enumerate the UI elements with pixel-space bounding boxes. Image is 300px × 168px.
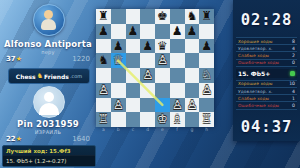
- piece-black-pawn: ♟: [126, 24, 141, 39]
- piece-black-pawn: ♟: [111, 39, 126, 54]
- stat-label: Слабые ходы: [238, 96, 269, 101]
- square-f4[interactable]: [170, 68, 185, 83]
- square-g1[interactable]: [185, 112, 200, 127]
- avatar-silhouette-head: [44, 92, 54, 102]
- square-g3[interactable]: [185, 83, 200, 98]
- square-d1[interactable]: [140, 112, 155, 127]
- square-a8[interactable]: ♜: [96, 9, 111, 24]
- square-h4[interactable]: ♘: [199, 68, 214, 83]
- square-h7[interactable]: [199, 24, 214, 39]
- game-info-panel: 02:28 Хорошие ходы8 Удовлетвор. х.4 Слаб…: [233, 0, 300, 141]
- square-g4[interactable]: [185, 68, 200, 83]
- current-move-row[interactable]: 15. Фb5+: [236, 69, 297, 78]
- square-e6[interactable]: ♛: [155, 39, 170, 54]
- stat-row: Ошибочные ходы0: [236, 102, 297, 109]
- file-label-d: d: [140, 127, 155, 132]
- piece-black-rook: ♜: [199, 9, 214, 24]
- square-e8[interactable]: ♚: [155, 9, 170, 24]
- square-e1[interactable]: ♔: [155, 112, 170, 127]
- avatar-cartoon-head: [44, 10, 53, 19]
- piece-white-king: ♔: [155, 112, 170, 127]
- piece-black-queen: ♛: [155, 39, 170, 54]
- square-c7[interactable]: ♟: [126, 24, 141, 39]
- bottom-player-stars: 22★: [6, 135, 22, 143]
- bottom-player-clock: 04:37: [233, 110, 300, 146]
- stat-row: Хорошие ходы8: [236, 38, 297, 45]
- piece-white-queen: ♕: [111, 53, 126, 68]
- square-f1[interactable]: ♗: [170, 112, 185, 127]
- square-c4[interactable]: [126, 68, 141, 83]
- square-b3[interactable]: [111, 83, 126, 98]
- stat-row: Слабые ходы2: [236, 52, 297, 59]
- players-panel: Alfonso Antiporta перу 37★ 1220 Chess♞Fr…: [0, 0, 96, 168]
- square-c5[interactable]: [126, 53, 141, 68]
- square-d7[interactable]: [140, 24, 155, 39]
- file-label-h: h: [199, 127, 214, 132]
- square-f6[interactable]: [170, 39, 185, 54]
- bottom-player-move-stats: Хорошие ходы10 Удовлетвор. х.4 Слабые хо…: [236, 80, 297, 110]
- square-e3[interactable]: [155, 83, 170, 98]
- avatar-bottom-player: [33, 86, 65, 118]
- piece-white-pawn: ♙: [185, 98, 200, 113]
- stat-value: 10: [289, 81, 295, 86]
- square-a2[interactable]: [96, 98, 111, 113]
- stat-label: Ошибочные ходы: [238, 103, 279, 108]
- knight-logo-icon: ♞: [37, 73, 43, 80]
- chess-game-screen: Alfonso Antiporta перу 37★ 1220 Chess♞Fr…: [0, 0, 300, 168]
- best-move-text: Лучший ход: 15.Фf3: [3, 146, 95, 155]
- file-labels: abcdefgh: [96, 127, 214, 132]
- avatar-cartoon-body: [41, 19, 56, 30]
- piece-white-pawn: ♙: [155, 53, 170, 68]
- square-d4[interactable]: ♙: [140, 68, 155, 83]
- top-player-clock: 02:28: [233, 0, 300, 37]
- piece-black-pawn: ♟: [170, 24, 185, 39]
- square-c8[interactable]: [126, 9, 141, 24]
- piece-white-pawn: ♙: [140, 68, 155, 83]
- piece-white-bishop: ♗: [170, 112, 185, 127]
- stat-row: Слабые ходы1: [236, 95, 297, 102]
- stat-value: 4: [292, 46, 295, 51]
- piece-white-rook: ♖: [96, 112, 111, 127]
- square-h1[interactable]: ♖: [199, 112, 214, 127]
- stat-row: Удовлетвор. х.4: [236, 45, 297, 52]
- square-f3[interactable]: [170, 83, 185, 98]
- square-b8[interactable]: [111, 9, 126, 24]
- file-label-e: e: [155, 127, 170, 132]
- square-d8[interactable]: [140, 9, 155, 24]
- stat-label: Удовлетвор. х.: [238, 89, 273, 94]
- piece-black-pawn: ♟: [185, 24, 200, 39]
- square-a3[interactable]: ♙: [96, 83, 111, 98]
- square-e2[interactable]: [155, 98, 170, 113]
- square-g2[interactable]: ♙: [185, 98, 200, 113]
- square-g6[interactable]: [185, 39, 200, 54]
- square-f2[interactable]: ♙: [170, 98, 185, 113]
- logo-text-left: Chess: [16, 73, 36, 80]
- stat-label: Хорошие ходы: [238, 39, 272, 44]
- piece-white-pawn: ♙: [199, 83, 214, 98]
- logo-tld: .com: [70, 73, 82, 79]
- square-f8[interactable]: [170, 9, 185, 24]
- square-h5[interactable]: [199, 53, 214, 68]
- stat-label: Удовлетвор. х.: [238, 46, 273, 51]
- stat-row: Удовлетвор. х.4: [236, 88, 297, 95]
- piece-black-rook: ♜: [96, 9, 111, 24]
- current-move-text: 15. Фb5+: [238, 70, 270, 77]
- stat-value: 1: [292, 96, 295, 101]
- stat-label: Хорошие ходы: [238, 81, 272, 86]
- square-c6[interactable]: [126, 39, 141, 54]
- square-h6[interactable]: ♟: [199, 39, 214, 54]
- square-d2[interactable]: [140, 98, 155, 113]
- stat-value: 0: [292, 103, 295, 108]
- square-b4[interactable]: [111, 68, 126, 83]
- square-b2[interactable]: ♙: [111, 98, 126, 113]
- square-e7[interactable]: [155, 24, 170, 39]
- stat-value: 0: [292, 60, 295, 65]
- file-label-f: f: [170, 127, 185, 132]
- avatar-top-player: [33, 4, 65, 36]
- square-h3[interactable]: ♙: [199, 83, 214, 98]
- piece-white-knight: ♘: [199, 68, 214, 83]
- file-label-c: c: [126, 127, 141, 132]
- square-e5[interactable]: ♙: [155, 53, 170, 68]
- piece-black-knight: ♞: [96, 53, 111, 68]
- move-quality-indicator: [290, 71, 295, 76]
- stat-row: Хорошие ходы10: [236, 81, 297, 88]
- square-g5[interactable]: [185, 53, 200, 68]
- piece-white-pawn: ♙: [170, 98, 185, 113]
- star-icon: ★: [16, 135, 22, 143]
- file-label-a: a: [96, 127, 111, 132]
- square-g7[interactable]: ♟: [185, 24, 200, 39]
- square-f7[interactable]: ♟: [170, 24, 185, 39]
- stat-value: 2: [292, 53, 295, 58]
- piece-white-rook: ♖: [199, 112, 214, 127]
- square-a7[interactable]: ♟: [96, 24, 111, 39]
- piece-black-pawn: ♟: [199, 39, 214, 54]
- top-player-meta: 37★ 1220: [6, 55, 90, 63]
- piece-white-pawn: ♙: [111, 98, 126, 113]
- square-c2[interactable]: [126, 98, 141, 113]
- bottom-player-name: Pin 2031959: [0, 119, 96, 129]
- square-e4[interactable]: [155, 68, 170, 83]
- chessfriends-logo[interactable]: Chess♞Friends.com: [8, 68, 90, 84]
- logo-text-right: Friends: [44, 73, 69, 80]
- analysis-panel: Лучший ход: 15.Фf3 15. Фb5+ (1.2→-0.27): [2, 145, 96, 167]
- square-b5[interactable]: ♕: [111, 53, 126, 68]
- star-icon: ★: [16, 55, 22, 63]
- stat-value: 4: [292, 89, 295, 94]
- top-player-rating: 1220: [72, 55, 90, 63]
- piece-black-king: ♚: [155, 9, 170, 24]
- square-b1[interactable]: [111, 112, 126, 127]
- square-b7[interactable]: [111, 24, 126, 39]
- square-c1[interactable]: [126, 112, 141, 127]
- bottom-player-rating: 1640: [72, 135, 90, 143]
- bottom-player-meta: 22★ 1640: [6, 135, 90, 143]
- stat-label: Ошибочные ходы: [238, 60, 279, 65]
- square-d5[interactable]: [140, 53, 155, 68]
- square-a4[interactable]: [96, 68, 111, 83]
- square-h2[interactable]: [199, 98, 214, 113]
- square-a5[interactable]: ♞: [96, 53, 111, 68]
- piece-black-knight: ♞: [185, 9, 200, 24]
- stat-row: Ошибочные ходы0: [236, 60, 297, 67]
- square-d6[interactable]: ♟: [140, 39, 155, 54]
- avatar-silhouette-body: [39, 103, 59, 115]
- square-h8[interactable]: ♜: [199, 9, 214, 24]
- square-f5[interactable]: [170, 53, 185, 68]
- top-player-name: Alfonso Antiporta: [0, 39, 96, 49]
- piece-black-pawn: ♟: [140, 39, 155, 54]
- square-b6[interactable]: ♟: [111, 39, 126, 54]
- piece-black-pawn: ♟: [96, 24, 111, 39]
- top-player-move-stats: Хорошие ходы8 Удовлетвор. х.4 Слабые ход…: [236, 37, 297, 67]
- stat-label: Слабые ходы: [238, 53, 269, 58]
- square-a6[interactable]: [96, 39, 111, 54]
- file-label-b: b: [111, 127, 126, 132]
- square-a1[interactable]: ♖: [96, 112, 111, 127]
- played-move-eval: 15. Фb5+ (1.2→-0.27): [3, 155, 95, 166]
- square-g8[interactable]: ♞: [185, 9, 200, 24]
- square-d3[interactable]: [140, 83, 155, 98]
- piece-white-pawn: ♙: [96, 83, 111, 98]
- chess-board: ♜♚♞♜♟♟♟♟♟♟♛♟♞♕♙♙♘♙♙♙♙♙♖♔♗♖ abcdefgh: [96, 9, 214, 127]
- stat-value: 8: [292, 39, 295, 44]
- square-c3[interactable]: [126, 83, 141, 98]
- top-player-stars: 37★: [6, 55, 22, 63]
- file-label-g: g: [185, 127, 200, 132]
- board-grid: ♜♚♞♜♟♟♟♟♟♟♛♟♞♕♙♙♘♙♙♙♙♙♖♔♗♖: [96, 9, 214, 127]
